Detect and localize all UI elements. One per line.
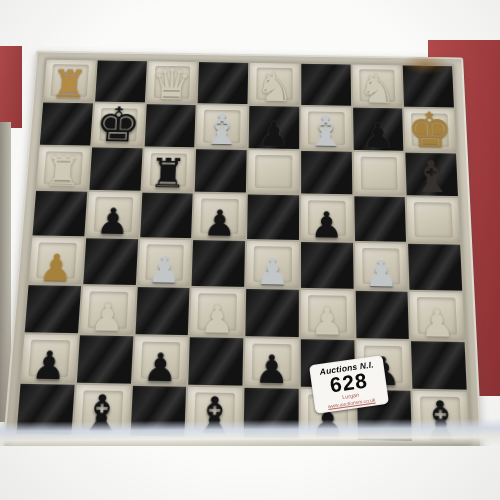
square-b7: ♚ bbox=[92, 103, 144, 146]
square-h5 bbox=[407, 197, 460, 242]
square-c4: ♟ bbox=[137, 239, 191, 285]
square-d5: ♟ bbox=[193, 194, 245, 239]
piece-silver-bishop: ♝ bbox=[306, 109, 346, 152]
square-e8: ♞ bbox=[249, 63, 299, 105]
square-h3: ♟ bbox=[410, 292, 465, 340]
square-d2 bbox=[188, 337, 243, 386]
square-b8 bbox=[95, 60, 147, 102]
square-f5: ♟ bbox=[301, 196, 353, 241]
piece-clear-pawn: ♟ bbox=[89, 298, 125, 337]
piece-clear-rook: ♜ bbox=[42, 152, 83, 193]
piece-clear-pawn: ♟ bbox=[310, 302, 344, 341]
piece-clear-pawn: ♟ bbox=[200, 300, 235, 339]
piece-clear-knight: ♞ bbox=[358, 69, 397, 109]
square-d7: ♝ bbox=[196, 105, 247, 148]
frame-stain bbox=[401, 57, 451, 76]
square-e4: ♟ bbox=[246, 241, 299, 288]
square-e5 bbox=[247, 195, 299, 240]
piece-black-rook: ♜ bbox=[148, 153, 187, 194]
piece-black-pawn: ♟ bbox=[142, 348, 178, 388]
square-h7: ♚ bbox=[404, 108, 456, 151]
square-c8: ♛ bbox=[146, 61, 197, 103]
piece-gold-king: ♚ bbox=[407, 105, 454, 154]
square-g7: ♟ bbox=[353, 107, 404, 150]
chess-board: ♜♛♞♞♚♝♟♝♟♚♜♜♝♟♟♟♟♟♟♟♟♟♟♟♟♟♟♟♝♝♟♝ bbox=[3, 51, 483, 458]
piece-clear-pawn: ♟ bbox=[420, 304, 455, 343]
piece-clear-knight: ♞ bbox=[255, 67, 293, 107]
square-c6: ♜ bbox=[142, 148, 194, 192]
square-g8: ♞ bbox=[352, 65, 402, 107]
red-backdrop-left bbox=[0, 46, 22, 128]
square-b5: ♟ bbox=[86, 192, 140, 237]
board-squares: ♜♛♞♞♚♝♟♝♟♚♜♜♝♟♟♟♟♟♟♟♟♟♟♟♟♟♟♟♝♝♟♝ bbox=[14, 58, 471, 444]
piece-silver-pawn: ♟ bbox=[147, 251, 182, 289]
square-b6 bbox=[89, 147, 142, 191]
piece-black-pawn: ♟ bbox=[203, 205, 237, 242]
white-backdrop-bottom bbox=[0, 446, 500, 500]
square-c5 bbox=[140, 193, 193, 238]
square-c2: ♟ bbox=[133, 336, 189, 385]
square-g3 bbox=[355, 291, 409, 339]
square-c7 bbox=[144, 104, 196, 147]
piece-black-pawn: ♟ bbox=[30, 346, 67, 386]
square-g6 bbox=[353, 151, 405, 195]
piece-silver-bishop: ♝ bbox=[201, 107, 242, 150]
square-d4 bbox=[192, 240, 245, 287]
square-g5 bbox=[354, 196, 406, 241]
square-e6 bbox=[248, 150, 299, 194]
piece-gold-pawn: ♟ bbox=[38, 249, 74, 287]
square-a7 bbox=[40, 102, 93, 145]
square-a4: ♟ bbox=[29, 237, 84, 283]
piece-black-king: ♚ bbox=[94, 100, 142, 148]
square-e3 bbox=[245, 289, 298, 337]
piece-clear-queen: ♛ bbox=[150, 62, 193, 106]
square-f7: ♝ bbox=[301, 107, 351, 150]
auction-sticker: Auctions N.I. 628 Lurgan www.auctionsni.… bbox=[309, 355, 389, 414]
square-d3: ♟ bbox=[190, 288, 244, 336]
piece-amber-rook: ♜ bbox=[49, 65, 89, 104]
piece-black-pawn: ♟ bbox=[362, 118, 395, 153]
square-f6 bbox=[301, 150, 352, 194]
piece-dark-bishop: ♝ bbox=[411, 155, 453, 199]
square-f4 bbox=[301, 242, 353, 289]
square-d8 bbox=[198, 62, 248, 104]
square-a8: ♜ bbox=[43, 60, 95, 102]
piece-black-pawn: ♟ bbox=[254, 350, 289, 390]
square-h6: ♝ bbox=[406, 152, 458, 196]
square-b2 bbox=[77, 335, 133, 384]
square-b4 bbox=[83, 238, 138, 284]
piece-silver-pawn: ♟ bbox=[364, 255, 398, 293]
square-h2 bbox=[411, 341, 466, 390]
square-e2: ♟ bbox=[244, 338, 298, 387]
square-d6 bbox=[195, 149, 247, 193]
piece-silver-pawn: ♟ bbox=[256, 253, 290, 291]
square-f8 bbox=[301, 64, 351, 106]
square-a6: ♜ bbox=[36, 146, 90, 190]
square-e7: ♟ bbox=[249, 106, 299, 149]
piece-black-pawn: ♟ bbox=[95, 203, 130, 240]
piece-black-pawn: ♟ bbox=[310, 207, 343, 244]
piece-black-pawn: ♟ bbox=[258, 117, 290, 152]
board-edge-reflection bbox=[0, 418, 500, 448]
square-h4 bbox=[408, 244, 462, 291]
square-c3 bbox=[135, 287, 190, 335]
square-f3: ♟ bbox=[301, 290, 354, 338]
square-b3: ♟ bbox=[80, 286, 135, 334]
auction-photo: ♜♛♞♞♚♝♟♝♟♚♜♜♝♟♟♟♟♟♟♟♟♟♟♟♟♟♟♟♝♝♟♝ Auction… bbox=[0, 0, 500, 500]
square-g4: ♟ bbox=[355, 243, 408, 290]
square-a3 bbox=[25, 285, 81, 333]
square-a5 bbox=[33, 191, 87, 236]
square-a2: ♟ bbox=[21, 334, 78, 383]
